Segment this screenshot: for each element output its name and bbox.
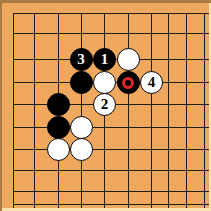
grid-vline-5 bbox=[128, 13, 129, 208]
board-frame-top bbox=[0, 0, 211, 3]
grid-vline-3 bbox=[81, 13, 82, 208]
grid-vline-7 bbox=[168, 13, 169, 208]
move-number: 2 bbox=[101, 97, 109, 112]
stone-black bbox=[47, 93, 70, 116]
grid-hline-6 bbox=[13, 149, 209, 150]
move-number: 3 bbox=[77, 52, 85, 67]
stone-white bbox=[70, 116, 93, 139]
stone-black-move-1: 1 bbox=[93, 48, 116, 71]
stone-black bbox=[47, 116, 70, 139]
stone-white bbox=[117, 48, 140, 71]
stone-white-move-4: 4 bbox=[140, 71, 163, 94]
board-frame-bottom bbox=[0, 208, 211, 211]
grid-hline-7 bbox=[13, 170, 209, 171]
stone-white-move-2: 2 bbox=[93, 93, 116, 116]
stone-black-move-3: 3 bbox=[70, 48, 93, 71]
grid-vline-9 bbox=[204, 13, 205, 208]
circle-marker-icon bbox=[122, 77, 134, 89]
go-board: 3142 bbox=[0, 0, 211, 211]
grid-hline-0 bbox=[13, 13, 209, 14]
stone-black-marked bbox=[117, 71, 140, 94]
move-number: 4 bbox=[148, 75, 156, 90]
grid-vline-8 bbox=[186, 13, 187, 208]
grid-hline-5 bbox=[13, 127, 209, 128]
stone-black bbox=[70, 71, 93, 94]
grid-vline-0 bbox=[13, 13, 14, 208]
grid-hline-1 bbox=[13, 33, 209, 34]
move-number: 1 bbox=[101, 52, 109, 67]
grid-hline-8 bbox=[13, 191, 209, 192]
stone-white bbox=[47, 138, 70, 161]
grid-vline-1 bbox=[34, 13, 35, 208]
grid-hline-9 bbox=[13, 204, 209, 205]
stone-white bbox=[93, 71, 116, 94]
stone-white bbox=[70, 138, 93, 161]
board-frame-left bbox=[0, 0, 2, 211]
board-frame-right bbox=[209, 0, 211, 211]
grid-vline-6 bbox=[151, 13, 152, 208]
